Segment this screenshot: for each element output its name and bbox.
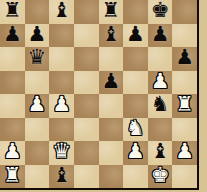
square-g6[interactable] [148, 47, 173, 71]
square-f1[interactable] [123, 165, 148, 189]
square-c1[interactable]: ♝ [49, 165, 74, 189]
square-f2[interactable]: ♟ [123, 141, 148, 165]
black-bishop-c1[interactable]: ♝ [52, 165, 71, 186]
square-g7[interactable]: ♟ [148, 24, 173, 48]
square-e2[interactable] [99, 141, 124, 165]
black-bishop-e7[interactable]: ♝ [101, 24, 120, 45]
square-f3[interactable]: ♞ [123, 118, 148, 142]
square-d7[interactable] [74, 24, 99, 48]
square-h8[interactable] [172, 0, 197, 24]
white-pawn-b4[interactable]: ♟ [28, 94, 47, 115]
black-pawn-a7[interactable]: ♟ [3, 24, 22, 45]
square-b4[interactable]: ♟ [25, 94, 50, 118]
white-pawn-f2[interactable]: ♟ [126, 141, 145, 162]
white-rook-h4[interactable]: ♜ [175, 94, 194, 115]
square-g2[interactable]: ♝ [148, 141, 173, 165]
square-h3[interactable] [172, 118, 197, 142]
square-b7[interactable]: ♟ [25, 24, 50, 48]
square-g3[interactable] [148, 118, 173, 142]
square-a3[interactable] [0, 118, 25, 142]
white-pawn-a2[interactable]: ♟ [3, 141, 22, 162]
square-a2[interactable]: ♟ [0, 141, 25, 165]
square-f8[interactable] [123, 0, 148, 24]
square-d1[interactable] [74, 165, 99, 189]
square-h1[interactable] [172, 165, 197, 189]
black-pawn-e5[interactable]: ♟ [101, 71, 120, 92]
square-c2[interactable]: ♛ [49, 141, 74, 165]
black-pawn-g7[interactable]: ♟ [151, 24, 170, 45]
square-a6[interactable] [0, 47, 25, 71]
board-margin [199, 0, 207, 192]
square-f5[interactable] [123, 71, 148, 95]
square-a4[interactable] [0, 94, 25, 118]
square-d2[interactable] [74, 141, 99, 165]
square-h6[interactable]: ♟ [172, 47, 197, 71]
black-bishop-g2[interactable]: ♝ [151, 141, 170, 162]
square-f6[interactable] [123, 47, 148, 71]
white-knight-f3[interactable]: ♞ [126, 118, 145, 139]
square-c4[interactable]: ♟ [49, 94, 74, 118]
square-a7[interactable]: ♟ [0, 24, 25, 48]
square-c8[interactable]: ♝ [49, 0, 74, 24]
square-h7[interactable] [172, 24, 197, 48]
square-d6[interactable] [74, 47, 99, 71]
square-b3[interactable] [25, 118, 50, 142]
square-e1[interactable] [99, 165, 124, 189]
white-queen-c2[interactable]: ♛ [52, 141, 71, 162]
square-c6[interactable] [49, 47, 74, 71]
square-a8[interactable]: ♜ [0, 0, 25, 24]
square-a5[interactable] [0, 71, 25, 95]
square-c3[interactable] [49, 118, 74, 142]
square-e5[interactable]: ♟ [99, 71, 124, 95]
square-f7[interactable]: ♟ [123, 24, 148, 48]
black-rook-a8[interactable]: ♜ [3, 0, 22, 21]
square-a1[interactable]: ♜ [0, 165, 25, 189]
square-h4[interactable]: ♜ [172, 94, 197, 118]
square-d8[interactable] [74, 0, 99, 24]
white-king-g1[interactable]: ♚ [151, 165, 170, 186]
square-b5[interactable] [25, 71, 50, 95]
square-e7[interactable]: ♝ [99, 24, 124, 48]
square-g5[interactable]: ♟ [148, 71, 173, 95]
square-g1[interactable]: ♚ [148, 165, 173, 189]
square-c5[interactable] [49, 71, 74, 95]
square-e3[interactable] [99, 118, 124, 142]
black-bishop-c8[interactable]: ♝ [52, 0, 71, 21]
white-pawn-h2[interactable]: ♟ [175, 141, 194, 162]
square-d5[interactable] [74, 71, 99, 95]
chess-app-window: ♜♝♜♚♟♟♝♟♟♛♟♟♟♟♟♞♜♞♟♛♟♝♟♜♝♚ [0, 0, 207, 192]
square-d3[interactable] [74, 118, 99, 142]
square-f4[interactable] [123, 94, 148, 118]
square-b6[interactable]: ♛ [25, 47, 50, 71]
white-rook-a1[interactable]: ♜ [3, 165, 22, 186]
square-c7[interactable] [49, 24, 74, 48]
square-h2[interactable]: ♟ [172, 141, 197, 165]
black-pawn-b7[interactable]: ♟ [28, 24, 47, 45]
square-g8[interactable]: ♚ [148, 0, 173, 24]
chess-board[interactable]: ♜♝♜♚♟♟♝♟♟♛♟♟♟♟♟♞♜♞♟♛♟♝♟♜♝♚ [0, 0, 199, 190]
black-king-g8[interactable]: ♚ [151, 0, 170, 21]
black-queen-b6[interactable]: ♛ [28, 47, 47, 68]
square-e6[interactable] [99, 47, 124, 71]
white-pawn-g5[interactable]: ♟ [151, 71, 170, 92]
square-d4[interactable] [74, 94, 99, 118]
black-knight-g4[interactable]: ♞ [151, 94, 170, 115]
square-e4[interactable] [99, 94, 124, 118]
square-b1[interactable] [25, 165, 50, 189]
square-g4[interactable]: ♞ [148, 94, 173, 118]
black-rook-e8[interactable]: ♜ [101, 0, 120, 21]
white-pawn-c4[interactable]: ♟ [52, 94, 71, 115]
square-e8[interactable]: ♜ [99, 0, 124, 24]
square-b2[interactable] [25, 141, 50, 165]
black-pawn-f7[interactable]: ♟ [126, 24, 145, 45]
square-b8[interactable] [25, 0, 50, 24]
square-h5[interactable] [172, 71, 197, 95]
black-pawn-h6[interactable]: ♟ [175, 47, 194, 68]
